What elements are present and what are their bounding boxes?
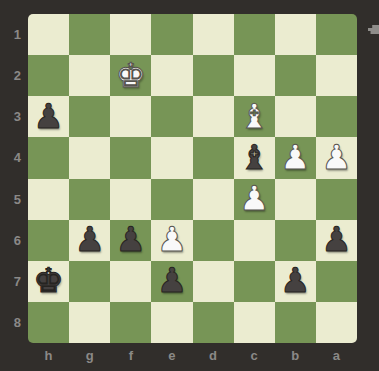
file-labels: hgfedcba (28, 343, 357, 367)
square-f3[interactable] (110, 96, 151, 137)
square-e7[interactable]: ♟ (151, 261, 192, 302)
black-pawn-g6[interactable]: ♟ (74, 222, 104, 256)
square-g4[interactable] (69, 137, 110, 178)
square-e3[interactable] (151, 96, 192, 137)
square-f8[interactable] (110, 302, 151, 343)
file-label-h: h (28, 343, 69, 367)
rank-label-7: 7 (4, 261, 24, 302)
square-f1[interactable] (110, 14, 151, 55)
square-b4[interactable]: ♟ (275, 137, 316, 178)
square-e5[interactable] (151, 179, 192, 220)
square-h8[interactable] (28, 302, 69, 343)
square-a4[interactable]: ♟ (316, 137, 357, 178)
rank-label-6: 6 (4, 220, 24, 261)
square-c7[interactable] (234, 261, 275, 302)
square-a3[interactable] (316, 96, 357, 137)
black-pawn-e7[interactable]: ♟ (157, 263, 187, 297)
square-a6[interactable]: ♟ (316, 220, 357, 261)
square-f7[interactable] (110, 261, 151, 302)
file-label-b: b (275, 343, 316, 367)
square-b2[interactable] (275, 55, 316, 96)
square-c4[interactable]: ♝ (234, 137, 275, 178)
file-label-a: a (316, 343, 357, 367)
arrow-icon[interactable] (368, 25, 379, 34)
square-b6[interactable] (275, 220, 316, 261)
square-h4[interactable] (28, 137, 69, 178)
file-label-d: d (193, 343, 234, 367)
square-a1[interactable] (316, 14, 357, 55)
square-d3[interactable] (193, 96, 234, 137)
square-a2[interactable] (316, 55, 357, 96)
file-label-g: g (69, 343, 110, 367)
square-e1[interactable] (151, 14, 192, 55)
rank-label-3: 3 (4, 96, 24, 137)
square-h6[interactable] (28, 220, 69, 261)
square-g2[interactable] (69, 55, 110, 96)
square-h3[interactable]: ♟ (28, 96, 69, 137)
rank-label-8: 8 (4, 302, 24, 343)
file-label-e: e (151, 343, 192, 367)
square-b8[interactable] (275, 302, 316, 343)
white-pawn-c5[interactable]: ♟ (239, 181, 269, 215)
square-b5[interactable] (275, 179, 316, 220)
square-c2[interactable] (234, 55, 275, 96)
black-king-h7[interactable]: ♚ (33, 263, 63, 297)
rank-labels: 12345678 (4, 14, 24, 343)
square-d7[interactable] (193, 261, 234, 302)
white-bishop-c3[interactable]: ♝ (239, 99, 269, 133)
square-e4[interactable] (151, 137, 192, 178)
square-d2[interactable] (193, 55, 234, 96)
rank-label-4: 4 (4, 137, 24, 178)
square-b3[interactable] (275, 96, 316, 137)
square-c5[interactable]: ♟ (234, 179, 275, 220)
file-label-f: f (110, 343, 151, 367)
square-g1[interactable] (69, 14, 110, 55)
square-d4[interactable] (193, 137, 234, 178)
black-pawn-b7[interactable]: ♟ (280, 263, 310, 297)
square-a8[interactable] (316, 302, 357, 343)
rank-label-2: 2 (4, 55, 24, 96)
square-g8[interactable] (69, 302, 110, 343)
square-d5[interactable] (193, 179, 234, 220)
square-c3[interactable]: ♝ (234, 96, 275, 137)
square-c1[interactable] (234, 14, 275, 55)
white-king-f2[interactable]: ♚ (116, 58, 146, 92)
chessboard-app: 12345678 ♚♟♝♝♟♟♟♟♟♟♟♚♟♟ hgfedcba (0, 0, 379, 371)
rank-label-5: 5 (4, 179, 24, 220)
white-pawn-e6[interactable]: ♟ (157, 222, 187, 256)
chess-board[interactable]: ♚♟♝♝♟♟♟♟♟♟♟♚♟♟ (28, 14, 357, 343)
rank-label-1: 1 (4, 14, 24, 55)
square-e6[interactable]: ♟ (151, 220, 192, 261)
square-h7[interactable]: ♚ (28, 261, 69, 302)
square-h5[interactable] (28, 179, 69, 220)
square-f2[interactable]: ♚ (110, 55, 151, 96)
square-f6[interactable]: ♟ (110, 220, 151, 261)
square-g6[interactable]: ♟ (69, 220, 110, 261)
square-b1[interactable] (275, 14, 316, 55)
white-pawn-b4[interactable]: ♟ (280, 140, 310, 174)
black-pawn-a6[interactable]: ♟ (321, 222, 351, 256)
square-g3[interactable] (69, 96, 110, 137)
square-c6[interactable] (234, 220, 275, 261)
square-h1[interactable] (28, 14, 69, 55)
square-g7[interactable] (69, 261, 110, 302)
black-pawn-f6[interactable]: ♟ (116, 222, 146, 256)
square-d1[interactable] (193, 14, 234, 55)
black-bishop-c4[interactable]: ♝ (239, 140, 269, 174)
black-pawn-h3[interactable]: ♟ (33, 99, 63, 133)
square-e8[interactable] (151, 302, 192, 343)
square-f4[interactable] (110, 137, 151, 178)
square-f5[interactable] (110, 179, 151, 220)
square-a5[interactable] (316, 179, 357, 220)
white-pawn-a4[interactable]: ♟ (321, 140, 351, 174)
square-g5[interactable] (69, 179, 110, 220)
file-label-c: c (234, 343, 275, 367)
square-h2[interactable] (28, 55, 69, 96)
square-e2[interactable] (151, 55, 192, 96)
square-a7[interactable] (316, 261, 357, 302)
square-b7[interactable]: ♟ (275, 261, 316, 302)
square-c8[interactable] (234, 302, 275, 343)
square-d6[interactable] (193, 220, 234, 261)
square-d8[interactable] (193, 302, 234, 343)
